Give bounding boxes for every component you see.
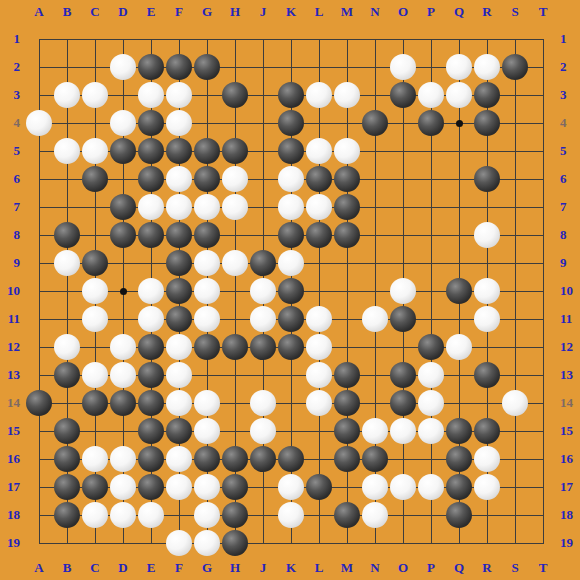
row-label-right-11: 11: [560, 312, 580, 326]
black-stone-P4[interactable]: [418, 110, 444, 136]
white-stone-L5[interactable]: [306, 138, 332, 164]
row-label-left-6: 6: [0, 172, 20, 186]
white-stone-D12[interactable]: [110, 334, 136, 360]
white-stone-B9[interactable]: [54, 250, 80, 276]
white-stone-J10[interactable]: [250, 278, 276, 304]
white-stone-F14[interactable]: [166, 390, 192, 416]
row-label-left-13: 13: [0, 368, 20, 382]
white-stone-L7[interactable]: [306, 194, 332, 220]
white-stone-K9[interactable]: [278, 250, 304, 276]
white-stone-O15[interactable]: [390, 418, 416, 444]
white-stone-E10[interactable]: [138, 278, 164, 304]
white-stone-P14[interactable]: [418, 390, 444, 416]
black-stone-P12[interactable]: [418, 334, 444, 360]
white-stone-L11[interactable]: [306, 306, 332, 332]
column-label-bottom-C: C: [81, 561, 109, 575]
white-stone-C10[interactable]: [82, 278, 108, 304]
black-stone-Q15[interactable]: [446, 418, 472, 444]
black-stone-R4[interactable]: [474, 110, 500, 136]
black-stone-C14[interactable]: [82, 390, 108, 416]
black-stone-H19[interactable]: [222, 530, 248, 556]
star-point-Q4: [456, 120, 463, 127]
white-stone-F4[interactable]: [166, 110, 192, 136]
black-stone-G8[interactable]: [194, 222, 220, 248]
black-stone-J16[interactable]: [250, 446, 276, 472]
white-stone-C13[interactable]: [82, 362, 108, 388]
column-label-top-P: P: [417, 5, 445, 19]
white-stone-G18[interactable]: [194, 502, 220, 528]
black-stone-M14[interactable]: [334, 390, 360, 416]
white-stone-J14[interactable]: [250, 390, 276, 416]
white-stone-O17[interactable]: [390, 474, 416, 500]
black-stone-G6[interactable]: [194, 166, 220, 192]
black-stone-A14[interactable]: [26, 390, 52, 416]
white-stone-C3[interactable]: [82, 82, 108, 108]
row-label-left-10: 10: [0, 284, 20, 298]
white-stone-E7[interactable]: [138, 194, 164, 220]
row-label-right-2: 2: [560, 60, 580, 74]
white-stone-G9[interactable]: [194, 250, 220, 276]
black-stone-B16[interactable]: [54, 446, 80, 472]
white-stone-D17[interactable]: [110, 474, 136, 500]
white-stone-D4[interactable]: [110, 110, 136, 136]
white-stone-C16[interactable]: [82, 446, 108, 472]
star-point-D10: [120, 288, 127, 295]
white-stone-P3[interactable]: [418, 82, 444, 108]
white-stone-P15[interactable]: [418, 418, 444, 444]
row-label-left-7: 7: [0, 200, 20, 214]
white-stone-O2[interactable]: [390, 54, 416, 80]
row-label-right-4: 4: [560, 116, 580, 130]
black-stone-F2[interactable]: [166, 54, 192, 80]
row-label-right-5: 5: [560, 144, 580, 158]
black-stone-M18[interactable]: [334, 502, 360, 528]
white-stone-G15[interactable]: [194, 418, 220, 444]
white-stone-C11[interactable]: [82, 306, 108, 332]
white-stone-P17[interactable]: [418, 474, 444, 500]
black-stone-Q18[interactable]: [446, 502, 472, 528]
black-stone-E2[interactable]: [138, 54, 164, 80]
row-label-left-11: 11: [0, 312, 20, 326]
black-stone-D8[interactable]: [110, 222, 136, 248]
black-stone-G5[interactable]: [194, 138, 220, 164]
white-stone-F16[interactable]: [166, 446, 192, 472]
white-stone-N17[interactable]: [362, 474, 388, 500]
black-stone-B15[interactable]: [54, 418, 80, 444]
column-label-bottom-E: E: [137, 561, 165, 575]
column-label-top-C: C: [81, 5, 109, 19]
white-stone-E3[interactable]: [138, 82, 164, 108]
black-stone-R3[interactable]: [474, 82, 500, 108]
row-label-left-2: 2: [0, 60, 20, 74]
column-label-top-N: N: [361, 5, 389, 19]
white-stone-F17[interactable]: [166, 474, 192, 500]
column-label-bottom-L: L: [305, 561, 333, 575]
black-stone-Q10[interactable]: [446, 278, 472, 304]
white-stone-L13[interactable]: [306, 362, 332, 388]
black-stone-H18[interactable]: [222, 502, 248, 528]
black-stone-M8[interactable]: [334, 222, 360, 248]
black-stone-H16[interactable]: [222, 446, 248, 472]
black-stone-K11[interactable]: [278, 306, 304, 332]
white-stone-Q3[interactable]: [446, 82, 472, 108]
column-label-bottom-P: P: [417, 561, 445, 575]
black-stone-J9[interactable]: [250, 250, 276, 276]
column-label-bottom-D: D: [109, 561, 137, 575]
column-label-bottom-H: H: [221, 561, 249, 575]
black-stone-R15[interactable]: [474, 418, 500, 444]
black-stone-L17[interactable]: [306, 474, 332, 500]
row-label-left-17: 17: [0, 480, 20, 494]
white-stone-R8[interactable]: [474, 222, 500, 248]
column-label-bottom-K: K: [277, 561, 305, 575]
white-stone-F6[interactable]: [166, 166, 192, 192]
black-stone-K3[interactable]: [278, 82, 304, 108]
white-stone-L3[interactable]: [306, 82, 332, 108]
black-stone-F11[interactable]: [166, 306, 192, 332]
column-label-top-R: R: [473, 5, 501, 19]
white-stone-F3[interactable]: [166, 82, 192, 108]
white-stone-K17[interactable]: [278, 474, 304, 500]
black-stone-K16[interactable]: [278, 446, 304, 472]
black-stone-G16[interactable]: [194, 446, 220, 472]
column-label-top-A: A: [25, 5, 53, 19]
white-stone-G11[interactable]: [194, 306, 220, 332]
column-label-top-Q: Q: [445, 5, 473, 19]
black-stone-L8[interactable]: [306, 222, 332, 248]
white-stone-N11[interactable]: [362, 306, 388, 332]
black-stone-E12[interactable]: [138, 334, 164, 360]
column-label-bottom-N: N: [361, 561, 389, 575]
white-stone-P13[interactable]: [418, 362, 444, 388]
row-label-left-8: 8: [0, 228, 20, 242]
black-stone-M13[interactable]: [334, 362, 360, 388]
white-stone-G14[interactable]: [194, 390, 220, 416]
black-stone-E15[interactable]: [138, 418, 164, 444]
column-label-bottom-T: T: [529, 561, 557, 575]
row-label-left-1: 1: [0, 32, 20, 46]
column-label-top-L: L: [305, 5, 333, 19]
column-label-top-G: G: [193, 5, 221, 19]
white-stone-F13[interactable]: [166, 362, 192, 388]
white-stone-B3[interactable]: [54, 82, 80, 108]
black-stone-H17[interactable]: [222, 474, 248, 500]
row-label-right-10: 10: [560, 284, 580, 298]
black-stone-F8[interactable]: [166, 222, 192, 248]
column-label-top-J: J: [249, 5, 277, 19]
column-label-top-D: D: [109, 5, 137, 19]
black-stone-R6[interactable]: [474, 166, 500, 192]
white-stone-D2[interactable]: [110, 54, 136, 80]
row-label-right-19: 19: [560, 536, 580, 550]
white-stone-Q12[interactable]: [446, 334, 472, 360]
row-label-right-14: 14: [560, 396, 580, 410]
black-stone-G12[interactable]: [194, 334, 220, 360]
white-stone-R16[interactable]: [474, 446, 500, 472]
black-stone-E4[interactable]: [138, 110, 164, 136]
black-stone-Q16[interactable]: [446, 446, 472, 472]
row-label-left-5: 5: [0, 144, 20, 158]
row-label-left-12: 12: [0, 340, 20, 354]
white-stone-E11[interactable]: [138, 306, 164, 332]
black-stone-Q17[interactable]: [446, 474, 472, 500]
row-label-right-13: 13: [560, 368, 580, 382]
row-label-right-9: 9: [560, 256, 580, 270]
white-stone-G17[interactable]: [194, 474, 220, 500]
row-label-left-15: 15: [0, 424, 20, 438]
white-stone-G19[interactable]: [194, 530, 220, 556]
white-stone-Q2[interactable]: [446, 54, 472, 80]
column-label-bottom-M: M: [333, 561, 361, 575]
white-stone-O10[interactable]: [390, 278, 416, 304]
black-stone-C6[interactable]: [82, 166, 108, 192]
black-stone-H5[interactable]: [222, 138, 248, 164]
white-stone-D18[interactable]: [110, 502, 136, 528]
column-label-bottom-Q: Q: [445, 561, 473, 575]
white-stone-N18[interactable]: [362, 502, 388, 528]
black-stone-H3[interactable]: [222, 82, 248, 108]
black-stone-O14[interactable]: [390, 390, 416, 416]
column-label-bottom-A: A: [25, 561, 53, 575]
black-stone-E16[interactable]: [138, 446, 164, 472]
white-stone-F12[interactable]: [166, 334, 192, 360]
white-stone-H6[interactable]: [222, 166, 248, 192]
white-stone-G10[interactable]: [194, 278, 220, 304]
white-stone-F7[interactable]: [166, 194, 192, 220]
black-stone-C9[interactable]: [82, 250, 108, 276]
column-label-top-K: K: [277, 5, 305, 19]
black-stone-H12[interactable]: [222, 334, 248, 360]
row-label-right-1: 1: [560, 32, 580, 46]
row-label-left-3: 3: [0, 88, 20, 102]
black-stone-F5[interactable]: [166, 138, 192, 164]
black-stone-D14[interactable]: [110, 390, 136, 416]
row-label-left-14: 14: [0, 396, 20, 410]
row-label-left-18: 18: [0, 508, 20, 522]
white-stone-D16[interactable]: [110, 446, 136, 472]
white-stone-M5[interactable]: [334, 138, 360, 164]
white-stone-M3[interactable]: [334, 82, 360, 108]
column-label-top-O: O: [389, 5, 417, 19]
white-stone-F19[interactable]: [166, 530, 192, 556]
column-label-top-B: B: [53, 5, 81, 19]
column-label-top-F: F: [165, 5, 193, 19]
white-stone-N15[interactable]: [362, 418, 388, 444]
row-label-right-3: 3: [560, 88, 580, 102]
black-stone-B8[interactable]: [54, 222, 80, 248]
row-label-right-8: 8: [560, 228, 580, 242]
column-label-top-S: S: [501, 5, 529, 19]
black-stone-R13[interactable]: [474, 362, 500, 388]
white-stone-H7[interactable]: [222, 194, 248, 220]
black-stone-C17[interactable]: [82, 474, 108, 500]
row-label-right-17: 17: [560, 480, 580, 494]
go-board[interactable]: ABCDEFGHJKLMNOPQRST ABCDEFGHJKLMNOPQRST …: [0, 0, 580, 580]
column-label-bottom-O: O: [389, 561, 417, 575]
white-stone-L12[interactable]: [306, 334, 332, 360]
black-stone-K5[interactable]: [278, 138, 304, 164]
black-stone-E5[interactable]: [138, 138, 164, 164]
row-label-right-16: 16: [560, 452, 580, 466]
column-label-top-H: H: [221, 5, 249, 19]
column-label-top-M: M: [333, 5, 361, 19]
black-stone-B13[interactable]: [54, 362, 80, 388]
column-label-bottom-G: G: [193, 561, 221, 575]
row-label-right-6: 6: [560, 172, 580, 186]
column-label-top-T: T: [529, 5, 557, 19]
black-stone-B18[interactable]: [54, 502, 80, 528]
white-stone-A4[interactable]: [26, 110, 52, 136]
column-label-bottom-R: R: [473, 561, 501, 575]
column-label-top-E: E: [137, 5, 165, 19]
black-stone-K4[interactable]: [278, 110, 304, 136]
black-stone-E14[interactable]: [138, 390, 164, 416]
black-stone-M6[interactable]: [334, 166, 360, 192]
black-stone-M7[interactable]: [334, 194, 360, 220]
black-stone-E6[interactable]: [138, 166, 164, 192]
row-label-left-16: 16: [0, 452, 20, 466]
white-stone-B5[interactable]: [54, 138, 80, 164]
row-label-right-18: 18: [560, 508, 580, 522]
white-stone-E18[interactable]: [138, 502, 164, 528]
white-stone-L14[interactable]: [306, 390, 332, 416]
black-stone-E8[interactable]: [138, 222, 164, 248]
row-label-left-19: 19: [0, 536, 20, 550]
white-stone-B12[interactable]: [54, 334, 80, 360]
white-stone-K6[interactable]: [278, 166, 304, 192]
white-stone-J11[interactable]: [250, 306, 276, 332]
column-label-bottom-F: F: [165, 561, 193, 575]
black-stone-O11[interactable]: [390, 306, 416, 332]
black-stone-M16[interactable]: [334, 446, 360, 472]
column-label-bottom-J: J: [249, 561, 277, 575]
black-stone-G2[interactable]: [194, 54, 220, 80]
white-stone-G7[interactable]: [194, 194, 220, 220]
row-label-right-15: 15: [560, 424, 580, 438]
white-stone-R11[interactable]: [474, 306, 500, 332]
white-stone-R17[interactable]: [474, 474, 500, 500]
white-stone-R10[interactable]: [474, 278, 500, 304]
black-stone-F9[interactable]: [166, 250, 192, 276]
black-stone-K8[interactable]: [278, 222, 304, 248]
white-stone-K7[interactable]: [278, 194, 304, 220]
black-stone-O3[interactable]: [390, 82, 416, 108]
white-stone-D13[interactable]: [110, 362, 136, 388]
black-stone-M15[interactable]: [334, 418, 360, 444]
column-label-bottom-B: B: [53, 561, 81, 575]
black-stone-K10[interactable]: [278, 278, 304, 304]
black-stone-E13[interactable]: [138, 362, 164, 388]
black-stone-N4[interactable]: [362, 110, 388, 136]
white-stone-C5[interactable]: [82, 138, 108, 164]
white-stone-H9[interactable]: [222, 250, 248, 276]
black-stone-D7[interactable]: [110, 194, 136, 220]
white-stone-J15[interactable]: [250, 418, 276, 444]
row-label-left-9: 9: [0, 256, 20, 270]
white-stone-K18[interactable]: [278, 502, 304, 528]
black-stone-N16[interactable]: [362, 446, 388, 472]
black-stone-L6[interactable]: [306, 166, 332, 192]
row-label-left-4: 4: [0, 116, 20, 130]
black-stone-K12[interactable]: [278, 334, 304, 360]
black-stone-O13[interactable]: [390, 362, 416, 388]
row-label-right-12: 12: [560, 340, 580, 354]
column-label-bottom-S: S: [501, 561, 529, 575]
black-stone-J12[interactable]: [250, 334, 276, 360]
white-stone-S14[interactable]: [502, 390, 528, 416]
white-stone-R2[interactable]: [474, 54, 500, 80]
white-stone-C18[interactable]: [82, 502, 108, 528]
black-stone-S2[interactable]: [502, 54, 528, 80]
row-label-right-7: 7: [560, 200, 580, 214]
black-stone-F10[interactable]: [166, 278, 192, 304]
black-stone-F15[interactable]: [166, 418, 192, 444]
black-stone-B17[interactable]: [54, 474, 80, 500]
black-stone-E17[interactable]: [138, 474, 164, 500]
black-stone-D5[interactable]: [110, 138, 136, 164]
